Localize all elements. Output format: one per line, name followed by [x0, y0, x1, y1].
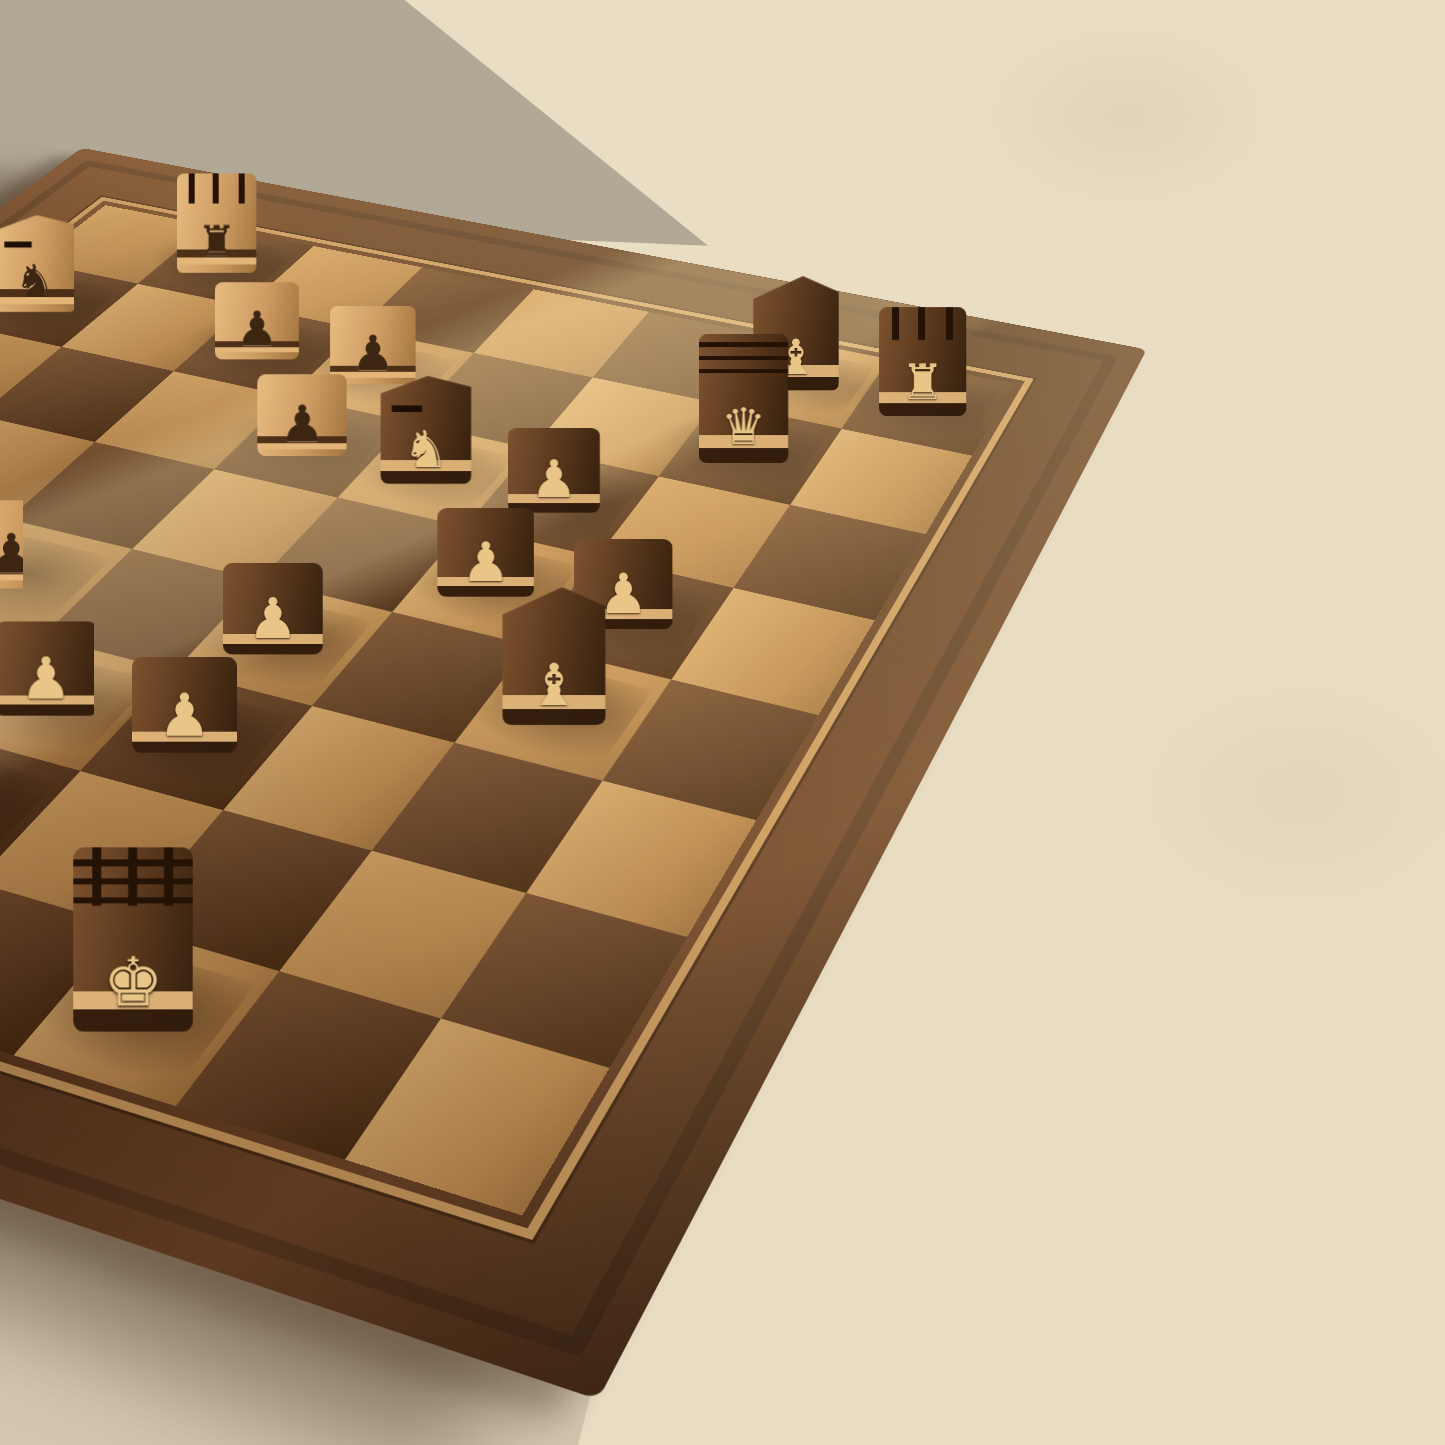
pawn-glyph: ♟	[330, 330, 416, 378]
white-knight-block: ♞	[0, 215, 76, 312]
pawn-glyph: ♟	[132, 686, 237, 745]
pawn-glyph: ♟	[257, 399, 347, 449]
black-pawn-block: ♟	[132, 657, 237, 753]
black-pawn-block: ♟	[437, 508, 534, 597]
black-queen-block: ♛	[699, 334, 789, 463]
pawn-glyph: ♟	[0, 650, 98, 708]
black-king-block: ♚	[73, 847, 193, 1032]
white-pawn-block: ♟	[330, 306, 416, 385]
black-pawn-block: ♟	[0, 621, 98, 716]
white-pawn-block: ♟	[215, 282, 299, 359]
pawn-glyph: ♟	[215, 306, 299, 353]
knight-glyph: ♞	[380, 424, 471, 475]
knight-glyph: ♞	[0, 259, 76, 305]
square-h5[interactable]	[671, 588, 874, 715]
rook-glyph: ♜	[177, 220, 257, 265]
white-rook-block: ♜	[177, 173, 257, 273]
chess-board: ♜♝♜♞♟♟♛♟♞♟♟♟♟♟♝♟♝♟♟♞♚	[0, 148, 1147, 1400]
black-pawn-block: ♟	[508, 428, 600, 513]
scene: ♜♝♜♞♟♟♛♟♞♟♟♟♟♟♝♟♝♟♟♞♚	[0, 0, 1445, 1445]
white-pawn-block: ♟	[257, 374, 347, 456]
black-bishop-block: ♝	[502, 587, 606, 725]
pawn-glyph: ♟	[0, 527, 59, 581]
square-c4[interactable]: ♟	[0, 519, 132, 636]
rook-glyph: ♜	[879, 358, 966, 407]
board-grid: ♜♝♜♞♟♟♛♟♞♟♟♟♟♟♝♟♝♟♟♞♚	[0, 205, 1015, 1215]
pawn-glyph: ♟	[437, 535, 534, 589]
white-pawn-block: ♟	[0, 500, 59, 588]
black-rook-block: ♜	[879, 307, 966, 416]
black-knight-block: ♞	[380, 376, 471, 484]
bishop-glyph: ♝	[502, 656, 606, 714]
queen-glyph: ♛	[699, 402, 789, 453]
black-pawn-block: ♟	[223, 563, 323, 655]
square-h3[interactable]	[526, 781, 756, 937]
king-glyph: ♚	[73, 950, 193, 1017]
pawn-glyph: ♟	[223, 591, 323, 647]
pawn-glyph: ♟	[508, 454, 600, 506]
